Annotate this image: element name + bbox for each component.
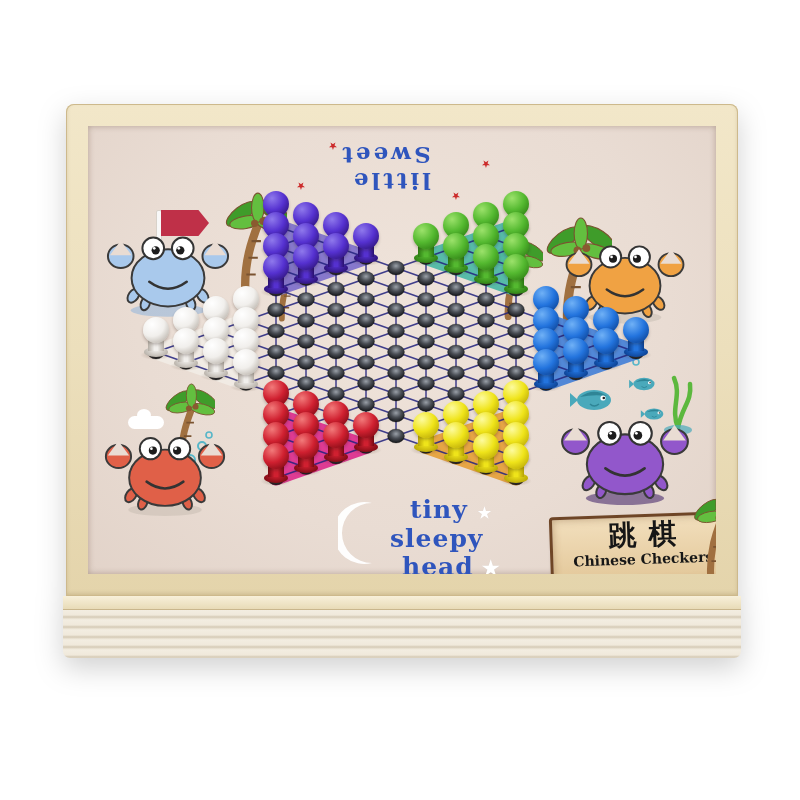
board-hole[interactable]: [298, 314, 315, 328]
board-hole[interactable]: [418, 377, 435, 391]
peg-blue[interactable]: [622, 317, 650, 357]
board-hole[interactable]: [418, 398, 435, 412]
board-hole[interactable]: [358, 335, 375, 349]
board-hole[interactable]: [388, 345, 405, 359]
peg-white[interactable]: [172, 328, 200, 368]
box-side: [63, 596, 741, 658]
board-hole[interactable]: [418, 335, 435, 349]
board-hole[interactable]: [388, 324, 405, 338]
board-hole[interactable]: [358, 398, 375, 412]
peg-yellow[interactable]: [472, 433, 500, 473]
peg-yellow[interactable]: [442, 422, 470, 462]
board-hole[interactable]: [418, 293, 435, 307]
board-hole[interactable]: [358, 272, 375, 286]
board-hole[interactable]: [478, 377, 495, 391]
peg-green[interactable]: [442, 233, 470, 273]
board-hole[interactable]: [448, 345, 465, 359]
peg-white[interactable]: [232, 349, 260, 389]
board-hole[interactable]: [388, 387, 405, 401]
board-hole[interactable]: [448, 282, 465, 296]
board-hole[interactable]: [508, 303, 525, 317]
board-hole[interactable]: [448, 387, 465, 401]
box-top-face: ★ ★ ★ ★ little Sweet: [66, 104, 738, 596]
board-hole[interactable]: [328, 345, 345, 359]
peg-green[interactable]: [472, 244, 500, 284]
board-hole[interactable]: [478, 335, 495, 349]
board-hole[interactable]: [268, 366, 285, 380]
brand-text-little-sweet: ★ ★ ★ ★ little Sweet: [296, 142, 486, 194]
peg-yellow[interactable]: [412, 412, 440, 452]
board-hole[interactable]: [448, 366, 465, 380]
peg-white[interactable]: [202, 338, 230, 378]
board-hole[interactable]: [358, 314, 375, 328]
board-hole[interactable]: [358, 356, 375, 370]
brand-word-head: head: [402, 552, 474, 574]
box-side-lip: [63, 596, 741, 610]
board-hole[interactable]: [418, 272, 435, 286]
board-hole[interactable]: [478, 293, 495, 307]
photo-scene: ★ ★ ★ ★ little Sweet: [0, 0, 800, 800]
peg-purple[interactable]: [352, 223, 380, 263]
board-hole[interactable]: [508, 366, 525, 380]
peg-yellow[interactable]: [502, 443, 530, 483]
board-hole[interactable]: [508, 324, 525, 338]
board-hole[interactable]: [418, 314, 435, 328]
board-hole[interactable]: [388, 408, 405, 422]
board-hole[interactable]: [268, 345, 285, 359]
peg-blue[interactable]: [562, 338, 590, 378]
peg-purple[interactable]: [322, 233, 350, 273]
board-hole[interactable]: [298, 356, 315, 370]
peg-purple[interactable]: [292, 244, 320, 284]
peg-red[interactable]: [352, 412, 380, 452]
board-hole[interactable]: [388, 282, 405, 296]
board-hole[interactable]: [388, 429, 405, 443]
palm-tree-icon: [684, 484, 716, 574]
board-hole[interactable]: [448, 324, 465, 338]
red-star-icon: ★: [326, 141, 337, 150]
peg-white[interactable]: [142, 317, 170, 357]
white-star-icon: ★: [482, 556, 501, 574]
peg-blue[interactable]: [532, 349, 560, 389]
brand-text-tiny-sleepy-head: tiny★ sleepy head★: [338, 496, 548, 574]
board-hole[interactable]: [478, 356, 495, 370]
chinese-checkers-board: [136, 196, 656, 508]
board-hole[interactable]: [328, 282, 345, 296]
board-hole[interactable]: [388, 261, 405, 275]
board-hole[interactable]: [388, 303, 405, 317]
board-hole[interactable]: [268, 324, 285, 338]
board-hole[interactable]: [328, 324, 345, 338]
board-hole[interactable]: [448, 303, 465, 317]
red-star-icon: ★: [294, 181, 305, 190]
board-surface: ★ ★ ★ ★ little Sweet: [88, 126, 716, 574]
board-hole[interactable]: [358, 377, 375, 391]
white-star-icon: ★: [478, 504, 492, 522]
board-hole[interactable]: [418, 356, 435, 370]
brand-word-sleepy: sleepy: [390, 525, 501, 554]
board-hole[interactable]: [388, 366, 405, 380]
board-hole[interactable]: [478, 314, 495, 328]
board-hole[interactable]: [328, 366, 345, 380]
brand-word-tiny: tiny: [410, 495, 468, 524]
board-hole[interactable]: [328, 387, 345, 401]
wooden-game-box: ★ ★ ★ ★ little Sweet: [66, 104, 738, 658]
peg-red[interactable]: [322, 422, 350, 462]
moon-icon: [338, 500, 378, 566]
peg-blue[interactable]: [592, 328, 620, 368]
peg-purple[interactable]: [262, 254, 290, 294]
board-hole[interactable]: [328, 303, 345, 317]
board-hole[interactable]: [268, 303, 285, 317]
brand-word-sweet: Sweet: [296, 142, 474, 168]
peg-green[interactable]: [412, 223, 440, 263]
red-star-icon: ★: [449, 191, 460, 200]
red-star-icon: ★: [479, 159, 490, 168]
peg-green[interactable]: [502, 254, 530, 294]
board-hole[interactable]: [358, 293, 375, 307]
board-hole[interactable]: [298, 377, 315, 391]
board-hole[interactable]: [298, 335, 315, 349]
peg-red[interactable]: [262, 443, 290, 483]
board-hole[interactable]: [508, 345, 525, 359]
peg-red[interactable]: [292, 433, 320, 473]
box-side-grooves: [63, 610, 741, 658]
board-hole[interactable]: [298, 293, 315, 307]
